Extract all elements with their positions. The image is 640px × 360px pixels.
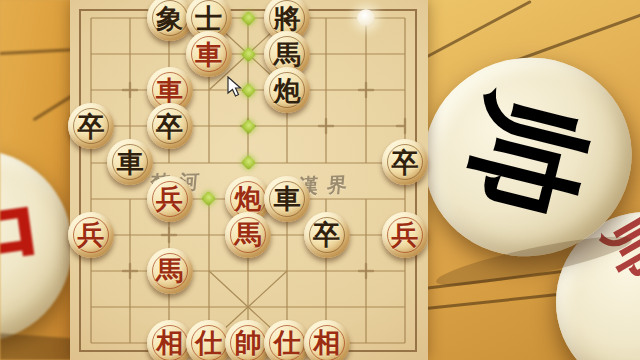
background-photo-left: 中 [0,0,72,360]
wood-grid-line [428,293,562,311]
piece-red-兵[interactable]: 兵 [382,212,428,258]
decorative-red-glyph: 中 [0,181,53,307]
piece-red-兵[interactable]: 兵 [147,176,193,222]
background-photo-right: 帅 帅 [428,0,640,360]
piece-black-車[interactable]: 車 [264,176,310,222]
piece-red-馬[interactable]: 馬 [147,248,193,294]
mouse-cursor [227,76,243,98]
wood-grid-line [0,48,72,56]
piece-black-卒[interactable]: 卒 [147,103,193,149]
decorative-piece-red: 中 [0,150,72,342]
game-screen: 中 帅 帅 [0,0,640,360]
piece-red-馬[interactable]: 馬 [225,212,271,258]
piece-red-車[interactable]: 車 [186,31,232,77]
wood-grid-line [428,0,532,59]
decorative-black-glyph: 帅 [456,85,599,228]
piece-red-相[interactable]: 相 [304,320,350,360]
piece-black-卒[interactable]: 卒 [304,212,350,258]
piece-black-卒[interactable]: 卒 [68,103,114,149]
wood-grid-line [33,82,72,122]
table-shadow [0,333,72,360]
xiangqi-board[interactable]: 楚河 漢界 象士將車馬車炮卒卒車卒兵炮車兵馬卒兵馬相仕帥仕相 [70,0,428,360]
glow-orb [357,9,375,27]
piece-red-兵[interactable]: 兵 [68,212,114,258]
